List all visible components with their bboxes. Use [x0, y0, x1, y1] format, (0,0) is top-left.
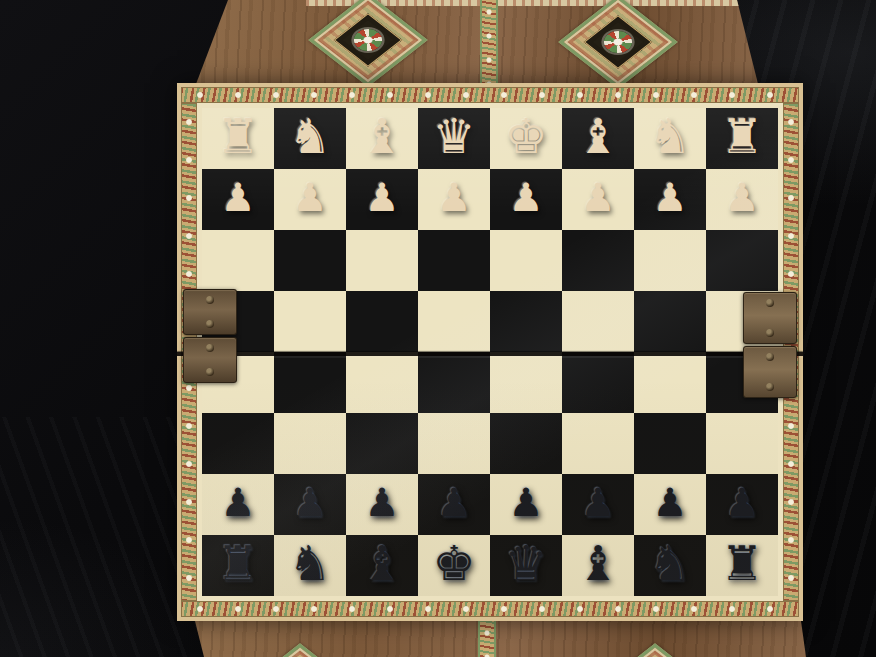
- square-r6c7[interactable]: [634, 413, 706, 474]
- black-pawn[interactable]: ♟: [509, 472, 544, 533]
- square-r2c2[interactable]: ♟: [274, 169, 346, 230]
- square-r2c6[interactable]: ♟: [562, 169, 634, 230]
- box-near-side-panel: [190, 621, 806, 657]
- hinge-screw: [206, 368, 214, 376]
- square-r7c4[interactable]: ♟: [418, 474, 490, 535]
- black-pawn[interactable]: ♟: [365, 472, 400, 533]
- white-pawn[interactable]: ♟: [581, 167, 616, 228]
- box-far-side-panel: [196, 0, 762, 84]
- hinge-screw: [206, 344, 214, 352]
- square-r4c6[interactable]: [562, 291, 634, 352]
- inlay-diamond-medallion-left: [308, 0, 427, 87]
- white-pawn[interactable]: ♟: [725, 167, 760, 228]
- square-r7c5[interactable]: ♟: [490, 474, 562, 535]
- mosaic-border-top: [181, 87, 799, 103]
- hinge-plate: [183, 289, 237, 335]
- square-r8c2[interactable]: ♞: [274, 535, 346, 596]
- square-r6c1[interactable]: [202, 413, 274, 474]
- white-knight[interactable]: ♞: [648, 106, 691, 167]
- square-r6c2[interactable]: [274, 413, 346, 474]
- square-r5c6[interactable]: [562, 352, 634, 413]
- left-hinge: [183, 289, 237, 383]
- square-r1c5[interactable]: ♚: [490, 108, 562, 169]
- square-r4c2[interactable]: [274, 291, 346, 352]
- hinge-screw: [206, 320, 214, 328]
- square-r6c8[interactable]: [706, 413, 778, 474]
- square-r1c8[interactable]: ♜: [706, 108, 778, 169]
- white-bishop[interactable]: ♝: [360, 106, 403, 167]
- square-r8c4[interactable]: ♚: [418, 535, 490, 596]
- white-knight[interactable]: ♞: [288, 106, 331, 167]
- square-r1c2[interactable]: ♞: [274, 108, 346, 169]
- table-light-streaks-2: [0, 417, 200, 657]
- hinge-plate: [183, 337, 237, 383]
- white-queen[interactable]: ♛: [432, 106, 475, 167]
- square-r8c8[interactable]: ♜: [706, 535, 778, 596]
- square-r4c3[interactable]: [346, 291, 418, 352]
- white-pawn[interactable]: ♟: [293, 167, 328, 228]
- black-bishop[interactable]: ♝: [576, 533, 619, 594]
- square-r5c3[interactable]: [346, 352, 418, 413]
- square-r4c5[interactable]: [490, 291, 562, 352]
- square-r4c4[interactable]: [418, 291, 490, 352]
- white-rook[interactable]: ♜: [216, 106, 259, 167]
- mosaic-border-bottom: [181, 601, 799, 617]
- hinge-screw: [766, 299, 774, 307]
- black-rook[interactable]: ♜: [720, 533, 763, 594]
- hinge-screw: [766, 383, 774, 391]
- hinge-plate: [743, 292, 797, 344]
- square-r3c7[interactable]: [634, 230, 706, 291]
- square-r8c6[interactable]: ♝: [562, 535, 634, 596]
- square-r6c6[interactable]: [562, 413, 634, 474]
- square-r8c3[interactable]: ♝: [346, 535, 418, 596]
- square-r3c1[interactable]: [202, 230, 274, 291]
- black-pawn[interactable]: ♟: [725, 472, 760, 533]
- square-r7c8[interactable]: ♟: [706, 474, 778, 535]
- hinge-screw: [766, 329, 774, 337]
- square-r3c6[interactable]: [562, 230, 634, 291]
- square-r1c6[interactable]: ♝: [562, 108, 634, 169]
- black-knight[interactable]: ♞: [648, 533, 691, 594]
- square-r1c3[interactable]: ♝: [346, 108, 418, 169]
- white-king[interactable]: ♚: [504, 106, 547, 167]
- square-r6c3[interactable]: [346, 413, 418, 474]
- white-pawn[interactable]: ♟: [221, 167, 256, 228]
- black-rook[interactable]: ♜: [216, 533, 259, 594]
- square-r1c4[interactable]: ♛: [418, 108, 490, 169]
- square-r7c6[interactable]: ♟: [562, 474, 634, 535]
- black-queen[interactable]: ♛: [504, 533, 547, 594]
- square-r2c5[interactable]: ♟: [490, 169, 562, 230]
- square-r3c2[interactable]: [274, 230, 346, 291]
- square-r5c5[interactable]: [490, 352, 562, 413]
- box-halves-seam-strip: [478, 621, 496, 657]
- black-pawn[interactable]: ♟: [653, 472, 688, 533]
- inlay-diamond-tip-right: [595, 643, 714, 657]
- black-king[interactable]: ♚: [432, 533, 475, 594]
- hinge-plate: [743, 346, 797, 398]
- square-r7c3[interactable]: ♟: [346, 474, 418, 535]
- box-halves-seam-strip: [480, 0, 498, 84]
- square-r2c7[interactable]: ♟: [634, 169, 706, 230]
- black-pawn[interactable]: ♟: [221, 472, 256, 533]
- square-r3c5[interactable]: [490, 230, 562, 291]
- square-r1c7[interactable]: ♞: [634, 108, 706, 169]
- square-r3c4[interactable]: [418, 230, 490, 291]
- square-r2c3[interactable]: ♟: [346, 169, 418, 230]
- black-pawn[interactable]: ♟: [437, 472, 472, 533]
- black-pawn[interactable]: ♟: [581, 472, 616, 533]
- white-rook[interactable]: ♜: [720, 106, 763, 167]
- square-r3c3[interactable]: [346, 230, 418, 291]
- square-r8c7[interactable]: ♞: [634, 535, 706, 596]
- square-r1c1[interactable]: ♜: [202, 108, 274, 169]
- white-bishop[interactable]: ♝: [576, 106, 619, 167]
- table-background: ♜♞♝♛♚♝♞♜♟♟♟♟♟♟♟♟♟♟♟♟♟♟♟♟♜♞♝♚♛♝♞♜: [0, 0, 876, 657]
- square-r7c2[interactable]: ♟: [274, 474, 346, 535]
- black-pawn[interactable]: ♟: [293, 472, 328, 533]
- right-hinge: [743, 292, 797, 398]
- square-r2c8[interactable]: ♟: [706, 169, 778, 230]
- square-r8c5[interactable]: ♛: [490, 535, 562, 596]
- white-pawn[interactable]: ♟: [509, 167, 544, 228]
- square-r2c4[interactable]: ♟: [418, 169, 490, 230]
- black-bishop[interactable]: ♝: [360, 533, 403, 594]
- square-r6c5[interactable]: [490, 413, 562, 474]
- white-pawn[interactable]: ♟: [653, 167, 688, 228]
- inlay-diamond-medallion-right: [558, 0, 677, 89]
- chess-board: ♜♞♝♛♚♝♞♜♟♟♟♟♟♟♟♟♟♟♟♟♟♟♟♟♜♞♝♚♛♝♞♜: [177, 83, 803, 621]
- square-r6c4[interactable]: [418, 413, 490, 474]
- square-r8c1[interactable]: ♜: [202, 535, 274, 596]
- square-r7c7[interactable]: ♟: [634, 474, 706, 535]
- square-r5c7[interactable]: [634, 352, 706, 413]
- square-r5c2[interactable]: [274, 352, 346, 413]
- white-pawn[interactable]: ♟: [437, 167, 472, 228]
- square-r7c1[interactable]: ♟: [202, 474, 274, 535]
- square-r3c8[interactable]: [706, 230, 778, 291]
- white-pawn[interactable]: ♟: [365, 167, 400, 228]
- inlay-diamond-tip-left: [240, 643, 359, 657]
- board-fold-seam: [177, 352, 803, 356]
- black-knight[interactable]: ♞: [288, 533, 331, 594]
- hinge-screw: [766, 353, 774, 361]
- square-r2c1[interactable]: ♟: [202, 169, 274, 230]
- hinge-screw: [206, 296, 214, 304]
- square-r4c7[interactable]: [634, 291, 706, 352]
- square-r5c4[interactable]: [418, 352, 490, 413]
